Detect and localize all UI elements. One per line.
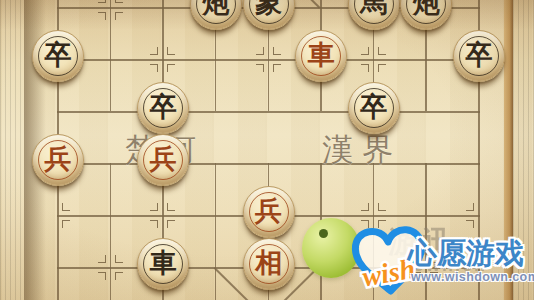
point-marker: [150, 203, 158, 211]
piece-character: 車: [150, 250, 177, 277]
point-marker: [361, 203, 369, 211]
piece-red-soldier-e7[interactable]: 兵: [243, 186, 295, 238]
river-text-right: 漢界: [322, 129, 402, 171]
piece-character: 車: [308, 42, 335, 69]
piece-black-soldier-g5[interactable]: 卒: [348, 82, 400, 134]
point-marker: [115, 255, 123, 263]
point-marker: [361, 47, 369, 55]
point-marker: [98, 12, 106, 20]
watermark-site-name: 心愿游戏: [408, 234, 524, 274]
piece-character: 象: [255, 0, 282, 17]
piece-red-chariot-f4[interactable]: 車: [295, 30, 347, 82]
piece-character: 馬: [360, 0, 387, 17]
piece-black-horse-g3[interactable]: 馬: [348, 0, 400, 30]
piece-character: 兵: [255, 198, 282, 225]
point-marker: [98, 255, 106, 263]
piece-character: 炮: [413, 0, 440, 17]
point-marker: [273, 47, 281, 55]
point-marker: [466, 203, 474, 211]
piece-character: 卒: [45, 42, 72, 69]
point-marker: [256, 47, 264, 55]
point-marker: [256, 64, 264, 72]
piece-character: 炮: [202, 0, 229, 17]
point-marker: [115, 272, 123, 280]
point-marker: [167, 220, 175, 228]
piece-black-elephant-e3[interactable]: 象: [243, 0, 295, 30]
watermark-site-url: www.wishdown.com: [411, 270, 534, 284]
piece-red-soldier-c6[interactable]: 兵: [137, 134, 189, 186]
point-marker: [167, 47, 175, 55]
piece-character: 相: [255, 250, 282, 277]
piece-red-elephant-e8[interactable]: 相: [243, 238, 295, 290]
point-marker: [98, 272, 106, 280]
point-marker: [62, 203, 70, 211]
piece-black-cannon-d3[interactable]: 炮: [190, 0, 242, 30]
piece-black-soldier-c5[interactable]: 卒: [137, 82, 189, 134]
point-marker: [150, 47, 158, 55]
point-marker: [273, 64, 281, 72]
piece-black-soldier-i4[interactable]: 卒: [453, 30, 505, 82]
piece-black-cannon-h3[interactable]: 炮: [400, 0, 452, 30]
point-marker: [167, 203, 175, 211]
point-marker: [466, 220, 474, 228]
piece-character: 卒: [466, 42, 493, 69]
point-marker: [98, 0, 106, 3]
piece-red-soldier-a6[interactable]: 兵: [32, 134, 84, 186]
point-marker: [115, 0, 123, 3]
grid-line: [110, 0, 112, 111]
point-marker: [167, 64, 175, 72]
point-marker: [62, 220, 70, 228]
grid-line: [215, 163, 217, 300]
piece-black-chariot-c8[interactable]: 車: [137, 238, 189, 290]
piece-character: 兵: [45, 146, 72, 173]
point-marker: [115, 12, 123, 20]
point-marker: [378, 203, 386, 211]
point-marker: [361, 64, 369, 72]
piece-black-soldier-a4[interactable]: 卒: [32, 30, 84, 82]
piece-character: 卒: [150, 94, 177, 121]
point-marker: [150, 64, 158, 72]
point-marker: [378, 47, 386, 55]
piece-character: 卒: [360, 94, 387, 121]
blob-eye: [319, 229, 328, 238]
point-marker: [150, 220, 158, 228]
point-marker: [378, 64, 386, 72]
grid-line: [110, 163, 112, 300]
grid-line: [57, 111, 480, 113]
piece-character: 兵: [150, 146, 177, 173]
xiangqi-game-screen: 楚河 漢界 炮象馬炮卒卒車卒卒兵兵兵車相 游迅 down.cn wish 心愿游…: [0, 0, 534, 300]
